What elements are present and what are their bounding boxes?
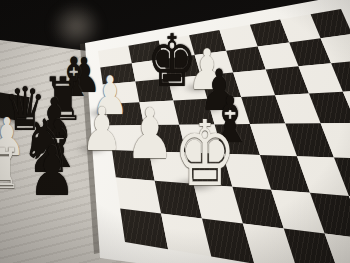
piece-white-king-d3[interactable]: ♚ (174, 109, 237, 199)
pieces-layer: ♚♟♟♝♟♟♜♛♟♝♟♟♟♝♞♚♜♟ (0, 0, 350, 263)
piece-white-pawn-c4[interactable]: ♟ (126, 99, 175, 169)
piece-white-pawn-a4[interactable]: ♟ (81, 99, 123, 159)
table-white-piece-2[interactable]: ♜ (0, 141, 22, 197)
captured-black-piece-7[interactable]: ♟ (28, 138, 76, 206)
chessboard-photo: ♚♟♟♝♟♟♜♛♟♝♟♟♟♝♞♚♜♟ (0, 0, 350, 263)
